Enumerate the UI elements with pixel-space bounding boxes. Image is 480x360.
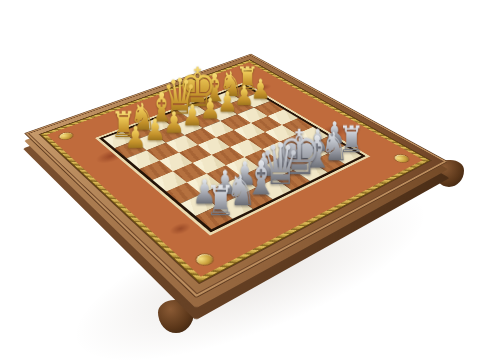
piece-black-gold-pawn-a7[interactable]: ♟ [124,123,146,153]
chess-set-photo: ♜♞♝♛♚♝♞♜♟♟♟♟♟♟♟♟♟♟♟♟♟♟♟♟♜♞♝♛♚♝♞♜ [0,0,480,360]
piece-black-gold-pawn-b7[interactable]: ♟ [144,115,165,145]
piece-black-gold-pawn-d7[interactable]: ♟ [182,102,203,131]
piece-white-silver-rook-a1[interactable]: ♜ [205,181,235,223]
piece-black-gold-pawn-c7[interactable]: ♟ [163,108,184,137]
perspective-wrapper: ♜♞♝♛♚♝♞♜♟♟♟♟♟♟♟♟♟♟♟♟♟♟♟♟♜♞♝♛♚♝♞♜ [79,0,381,298]
